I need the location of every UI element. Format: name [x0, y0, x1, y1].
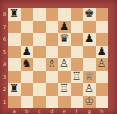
- piece-black-pawn[interactable]: ♟: [83, 33, 96, 46]
- square-a1[interactable]: [8, 96, 21, 109]
- piece-black-rook[interactable]: ♜: [8, 83, 21, 96]
- square-h7[interactable]: [96, 21, 109, 34]
- square-b2[interactable]: [21, 83, 34, 96]
- square-b7[interactable]: [21, 21, 34, 34]
- file-label-c: c: [33, 108, 46, 114]
- square-b8[interactable]: [21, 8, 34, 21]
- piece-white-rook[interactable]: ♖: [58, 83, 71, 96]
- square-c1[interactable]: [33, 96, 46, 109]
- square-d6[interactable]: [46, 33, 59, 46]
- square-h8[interactable]: [96, 8, 109, 21]
- square-d4[interactable]: ♗: [46, 58, 59, 71]
- square-b3[interactable]: [21, 71, 34, 84]
- rank-label-4: 4: [1, 58, 8, 71]
- square-f3[interactable]: ♖: [71, 71, 84, 84]
- piece-white-king[interactable]: ♔: [83, 96, 96, 109]
- square-h2[interactable]: [96, 83, 109, 96]
- square-h3[interactable]: [96, 71, 109, 84]
- square-e8[interactable]: [58, 8, 71, 21]
- square-h4[interactable]: ♙: [96, 58, 109, 71]
- file-label-g: g: [83, 108, 96, 114]
- square-c3[interactable]: [33, 71, 46, 84]
- square-c8[interactable]: [33, 8, 46, 21]
- square-b4[interactable]: ♞: [21, 58, 34, 71]
- square-g5[interactable]: [83, 46, 96, 59]
- square-d8[interactable]: [46, 8, 59, 21]
- square-d1[interactable]: [46, 96, 59, 109]
- square-a4[interactable]: [8, 58, 21, 71]
- square-g6[interactable]: ♟: [83, 33, 96, 46]
- rank-labels: 87654321: [0, 8, 8, 108]
- square-f7[interactable]: [71, 21, 84, 34]
- square-f2[interactable]: [71, 83, 84, 96]
- piece-black-king[interactable]: ♚: [83, 8, 96, 21]
- piece-white-rook[interactable]: ♖: [71, 71, 84, 84]
- square-a2[interactable]: ♜: [8, 83, 21, 96]
- square-a7[interactable]: [8, 21, 21, 34]
- square-d3[interactable]: [46, 71, 59, 84]
- square-c7[interactable]: [33, 21, 46, 34]
- rank-label-6: 6: [1, 33, 8, 46]
- piece-white-pawn[interactable]: ♙: [83, 83, 96, 96]
- file-label-a: a: [8, 108, 21, 114]
- piece-white-pawn[interactable]: ♙: [58, 58, 71, 71]
- square-f5[interactable]: [71, 46, 84, 59]
- square-g8[interactable]: ♚: [83, 8, 96, 21]
- file-labels: abcdefgh: [8, 108, 108, 114]
- square-c2[interactable]: [33, 83, 46, 96]
- piece-white-bishop[interactable]: ♗: [46, 58, 59, 71]
- file-label-e: e: [58, 108, 71, 114]
- square-e4[interactable]: ♙: [58, 58, 71, 71]
- square-g1[interactable]: ♔: [83, 96, 96, 109]
- rank-label-1: 1: [1, 96, 8, 109]
- chess-board: ♜♚♟♛♟♟♟♞♗♙♙♖♕♜♖♙♔: [8, 8, 108, 108]
- rank-label-8: 8: [1, 8, 8, 21]
- square-f4[interactable]: [71, 58, 84, 71]
- square-e2[interactable]: ♖: [58, 83, 71, 96]
- rank-label-3: 3: [1, 71, 8, 84]
- file-label-h: h: [96, 108, 109, 114]
- file-label-b: b: [21, 108, 34, 114]
- rank-label-2: 2: [1, 83, 8, 96]
- square-d2[interactable]: [46, 83, 59, 96]
- piece-black-queen[interactable]: ♛: [58, 33, 71, 46]
- square-a5[interactable]: [8, 46, 21, 59]
- rank-label-5: 5: [1, 46, 8, 59]
- square-e6[interactable]: ♛: [58, 33, 71, 46]
- square-f6[interactable]: [71, 33, 84, 46]
- file-label-d: d: [46, 108, 59, 114]
- square-d7[interactable]: [46, 21, 59, 34]
- square-g2[interactable]: ♙: [83, 83, 96, 96]
- square-c5[interactable]: [33, 46, 46, 59]
- square-f1[interactable]: [71, 96, 84, 109]
- piece-black-rook[interactable]: ♜: [8, 8, 21, 21]
- square-f8[interactable]: [71, 8, 84, 21]
- square-h1[interactable]: [96, 96, 109, 109]
- square-e1[interactable]: [58, 96, 71, 109]
- square-b1[interactable]: [21, 96, 34, 109]
- square-a6[interactable]: [8, 33, 21, 46]
- file-label-f: f: [71, 108, 84, 114]
- square-g4[interactable]: [83, 58, 96, 71]
- square-b6[interactable]: [21, 33, 34, 46]
- square-c4[interactable]: [33, 58, 46, 71]
- square-c6[interactable]: [33, 33, 46, 46]
- square-h6[interactable]: [96, 33, 109, 46]
- square-a8[interactable]: ♜: [8, 8, 21, 21]
- chess-board-frame: 87654321 abcdefgh ♜♚♟♛♟♟♟♞♗♙♙♖♕♜♖♙♔: [0, 0, 117, 114]
- piece-black-knight[interactable]: ♞: [21, 58, 34, 71]
- piece-white-pawn[interactable]: ♙: [96, 58, 109, 71]
- rank-label-7: 7: [1, 21, 8, 34]
